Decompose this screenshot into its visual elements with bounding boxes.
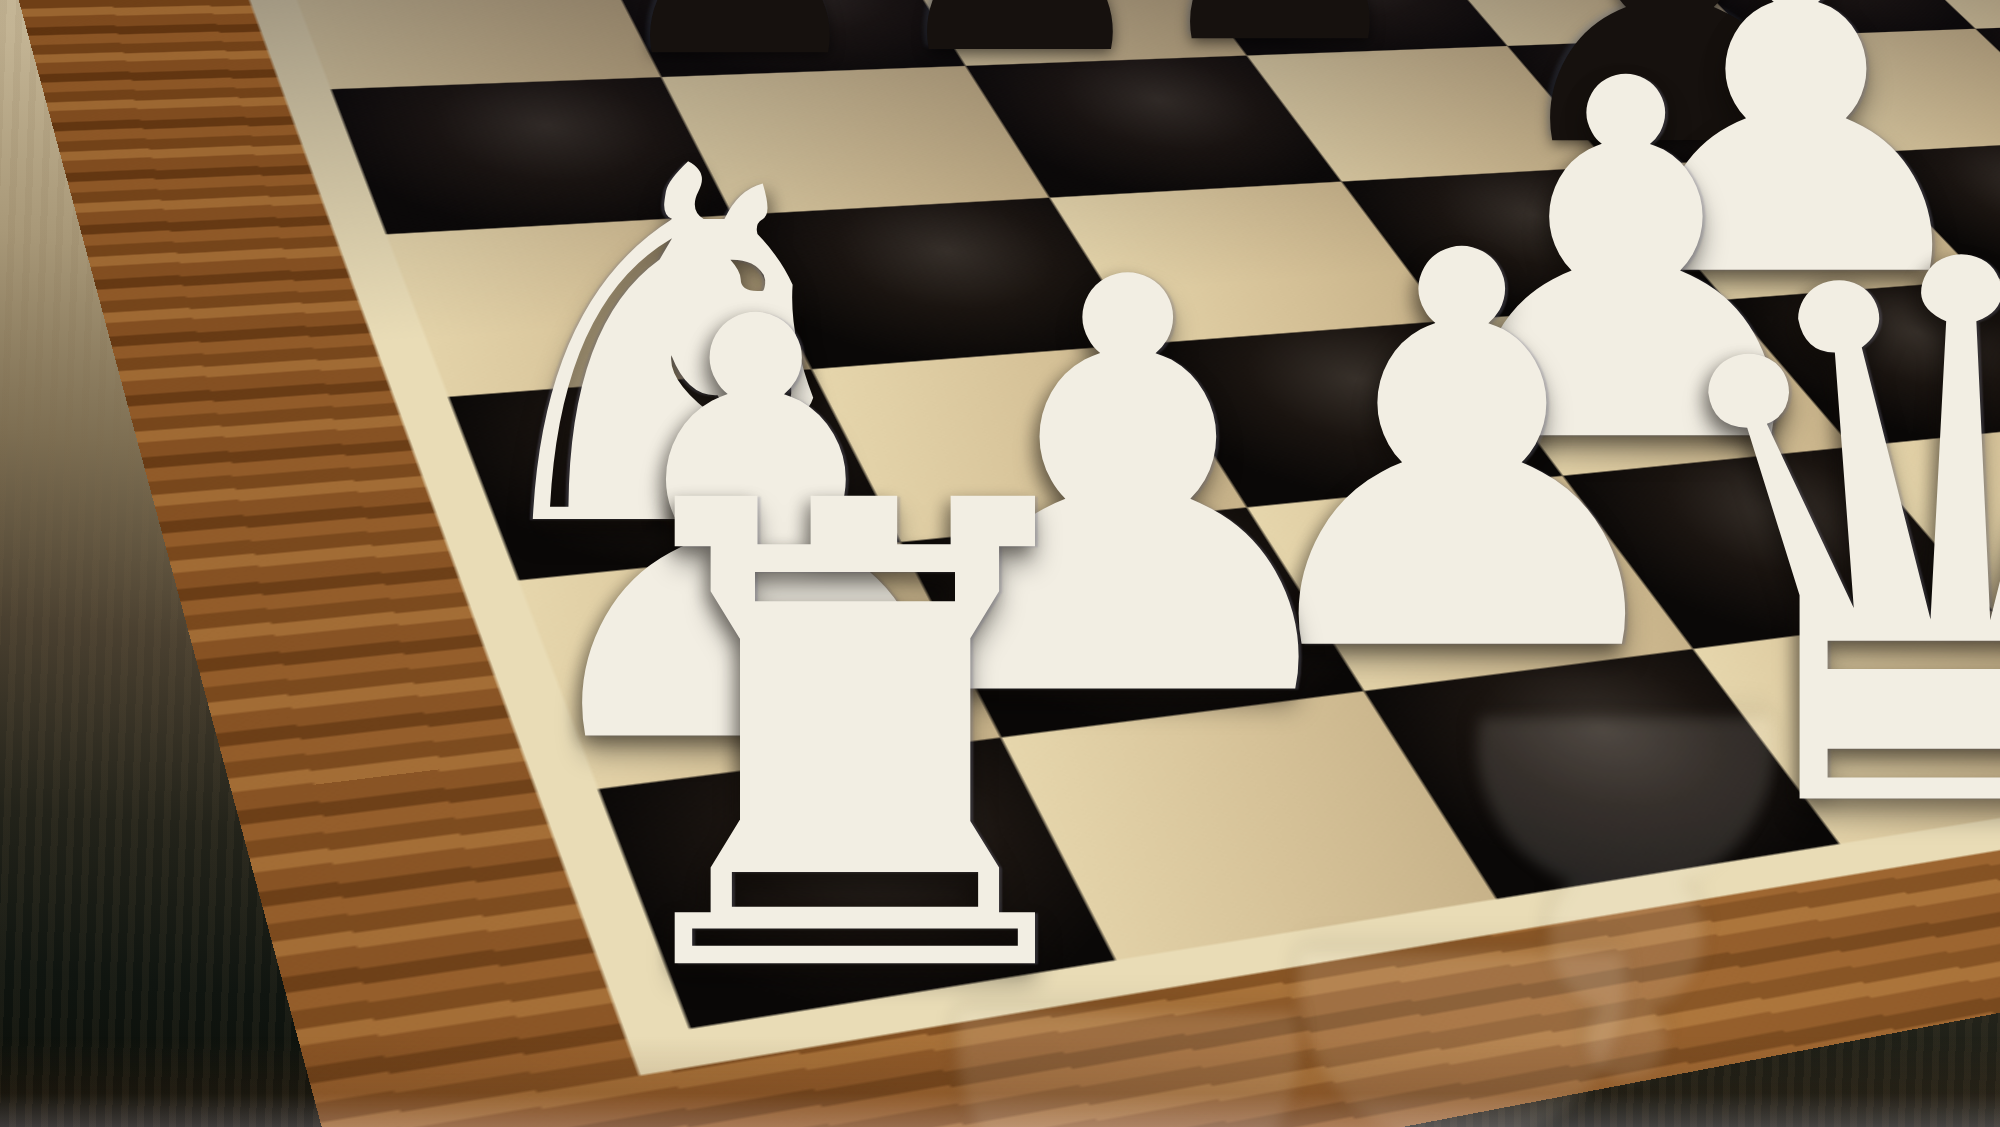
piece-white-rook-a1[interactable]: ♜♜ [568,422,1142,1062]
chess-photo: ♟♟♟♟♟♟♟♞♟♟♟♟♟♛♛♜♜ [0,0,2000,1127]
piece-black-pawn-d6[interactable]: ♟ [1146,0,1415,85]
piece-white-queen-d1[interactable]: ♛♛ [1626,169,2000,914]
pieces-layer: ♟♟♟♟♟♟♟♞♟♟♟♟♟♛♛♜♜ [0,0,2000,1127]
piece-black-pawn-c6[interactable]: ♟ [881,0,1159,97]
piece-reflection: ♛ [1626,1107,2000,1127]
